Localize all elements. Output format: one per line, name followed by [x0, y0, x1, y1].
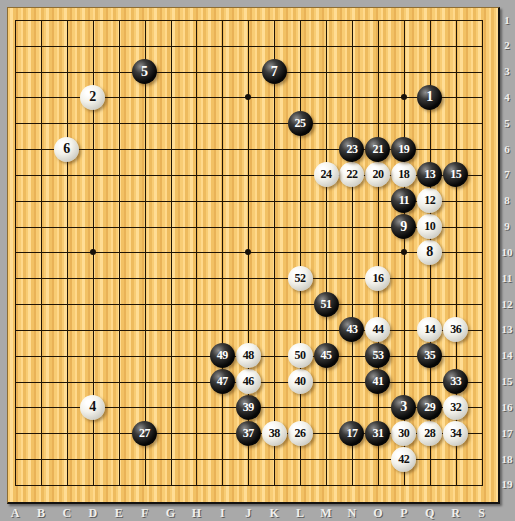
stone-white-46: 46 [236, 369, 261, 394]
stone-white-26: 26 [288, 421, 313, 446]
stone-black-51: 51 [314, 292, 339, 317]
stone-white-32: 32 [443, 395, 468, 420]
goban-panel: 1234567891011121314151617181920212223242… [0, 0, 515, 521]
row-label-19: 19 [499, 478, 515, 491]
row-label-4: 4 [499, 91, 515, 104]
stone-black-3: 3 [391, 395, 416, 420]
grid-line-horizontal [15, 485, 483, 486]
stone-white-42: 42 [391, 447, 416, 472]
row-label-6: 6 [499, 143, 515, 156]
row-label-2: 2 [499, 39, 515, 52]
stone-white-12: 12 [417, 188, 442, 213]
row-label-16: 16 [499, 401, 515, 414]
column-label-R: R [445, 506, 466, 521]
stone-black-33: 33 [443, 369, 468, 394]
column-label-E: E [108, 506, 129, 521]
stone-white-18: 18 [391, 162, 416, 187]
stone-black-13: 13 [417, 162, 442, 187]
column-label-N: N [341, 506, 362, 521]
column-label-F: F [134, 506, 155, 521]
column-label-I: I [212, 506, 233, 521]
row-label-3: 3 [499, 65, 515, 78]
stone-white-44: 44 [365, 317, 390, 342]
row-label-15: 15 [499, 375, 515, 388]
stone-black-1: 1 [417, 85, 442, 110]
column-label-P: P [393, 506, 414, 521]
row-label-12: 12 [499, 298, 515, 311]
stone-black-21: 21 [365, 137, 390, 162]
row-label-13: 13 [499, 323, 515, 336]
row-label-5: 5 [499, 117, 515, 130]
stone-black-41: 41 [365, 369, 390, 394]
stone-white-34: 34 [443, 421, 468, 446]
grid-line-horizontal [15, 123, 483, 124]
stone-black-47: 47 [210, 369, 235, 394]
column-label-C: C [56, 506, 77, 521]
stone-white-8: 8 [417, 240, 442, 265]
column-label-M: M [316, 506, 337, 521]
stone-black-23: 23 [339, 137, 364, 162]
row-label-10: 10 [499, 246, 515, 259]
goban[interactable]: 1234567891011121314151617181920212223242… [7, 7, 500, 504]
column-label-K: K [264, 506, 285, 521]
row-label-8: 8 [499, 194, 515, 207]
row-label-7: 7 [499, 168, 515, 181]
star-point [245, 94, 251, 100]
grid-line-horizontal [15, 72, 483, 73]
stone-white-30: 30 [391, 421, 416, 446]
stone-white-14: 14 [417, 317, 442, 342]
grid-line-horizontal [15, 278, 483, 279]
stone-black-17: 17 [339, 421, 364, 446]
grid-line-horizontal [15, 330, 483, 331]
stone-black-37: 37 [236, 421, 261, 446]
stone-white-2: 2 [80, 85, 105, 110]
stone-black-49: 49 [210, 343, 235, 368]
stone-white-40: 40 [288, 369, 313, 394]
column-label-G: G [160, 506, 181, 521]
row-label-1: 1 [499, 14, 515, 27]
stone-black-39: 39 [236, 395, 261, 420]
stone-white-50: 50 [288, 343, 313, 368]
stone-black-31: 31 [365, 421, 390, 446]
column-label-J: J [238, 506, 259, 521]
star-point [401, 94, 407, 100]
stone-white-6: 6 [54, 137, 79, 162]
stone-black-29: 29 [417, 395, 442, 420]
stone-black-19: 19 [391, 137, 416, 162]
stone-black-15: 15 [443, 162, 468, 187]
star-point [401, 249, 407, 255]
row-label-17: 17 [499, 427, 515, 440]
stone-black-53: 53 [365, 343, 390, 368]
star-point [90, 249, 96, 255]
column-label-L: L [290, 506, 311, 521]
stone-white-22: 22 [339, 162, 364, 187]
grid-line-horizontal [15, 46, 483, 47]
star-point [245, 249, 251, 255]
column-label-D: D [82, 506, 103, 521]
row-label-9: 9 [499, 220, 515, 233]
row-label-18: 18 [499, 453, 515, 466]
column-label-H: H [186, 506, 207, 521]
column-label-S: S [471, 506, 492, 521]
stone-white-4: 4 [80, 395, 105, 420]
stone-white-28: 28 [417, 421, 442, 446]
stone-white-48: 48 [236, 343, 261, 368]
stone-white-52: 52 [288, 266, 313, 291]
stone-white-16: 16 [365, 266, 390, 291]
stone-black-5: 5 [132, 59, 157, 84]
stone-black-11: 11 [391, 188, 416, 213]
stone-black-43: 43 [339, 317, 364, 342]
stone-white-36: 36 [443, 317, 468, 342]
column-label-B: B [30, 506, 51, 521]
stone-black-27: 27 [132, 421, 157, 446]
stone-white-24: 24 [314, 162, 339, 187]
row-label-11: 11 [499, 272, 515, 285]
column-label-A: A [5, 506, 26, 521]
stone-white-38: 38 [262, 421, 287, 446]
stone-white-20: 20 [365, 162, 390, 187]
stone-black-25: 25 [288, 111, 313, 136]
stone-black-45: 45 [314, 343, 339, 368]
grid-line-horizontal [15, 20, 483, 21]
column-label-O: O [367, 506, 388, 521]
column-label-Q: Q [419, 506, 440, 521]
stone-black-9: 9 [391, 214, 416, 239]
stone-black-35: 35 [417, 343, 442, 368]
grid-line-horizontal [15, 304, 483, 305]
stone-white-10: 10 [417, 214, 442, 239]
stone-black-7: 7 [262, 59, 287, 84]
row-label-14: 14 [499, 349, 515, 362]
